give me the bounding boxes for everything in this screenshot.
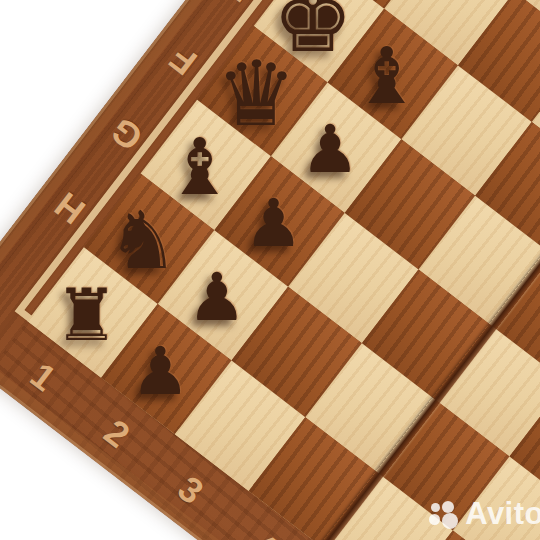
avito-logo-icon bbox=[427, 499, 461, 529]
avito-watermark: Avito bbox=[427, 496, 540, 532]
playing-area: ♚♝♛♟♝♟♞♟♜♟ bbox=[27, 0, 540, 540]
chess-board: ABCDEFGH 12345678 ♚♝♛♟♝♟♞♟♜♟ bbox=[0, 0, 540, 540]
chess-set-photo: ABCDEFGH 12345678 ♚♝♛♟♝♟♞♟♜♟ Avito bbox=[0, 0, 540, 540]
watermark-text: Avito bbox=[465, 496, 540, 532]
